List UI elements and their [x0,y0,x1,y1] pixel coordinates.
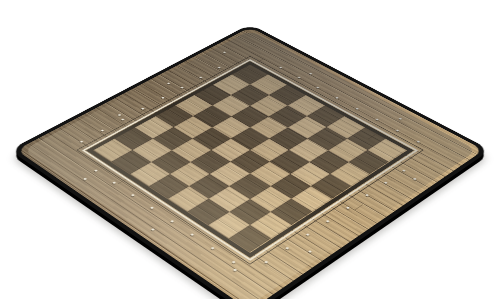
nail-icon [263,260,267,263]
nail-icon [79,140,83,142]
product-stage [0,0,500,299]
chessboard [9,24,490,299]
nail-icon [309,72,313,74]
nail-icon [100,129,104,131]
nail-icon [355,107,359,109]
nail-icon [211,246,215,249]
chess-grid [94,64,407,251]
nail-icon [345,206,349,209]
nail-icon [190,232,194,235]
nail-icon [325,219,329,222]
nail-icon [383,181,387,184]
nail-icon [364,193,368,196]
nail-icon [199,76,203,78]
plank-joint [355,204,364,210]
nail-icon [113,181,117,184]
nail-icon [170,219,174,222]
nail-icon [151,206,155,209]
nail-icon [141,107,145,109]
nail-icon [402,169,406,171]
nail-icon [396,129,400,131]
nail-icon [305,232,309,235]
wood-border [16,27,484,299]
nail-icon [413,177,417,180]
nail-icon [131,193,135,196]
nail-icon [316,86,320,88]
nail-icon [398,117,402,119]
nail-icon [83,177,87,180]
nail-icon [217,66,221,68]
nail-icon [375,118,379,120]
nail-icon [151,227,155,230]
nail-icon [167,81,171,83]
nail-icon [118,113,122,115]
nail-icon [94,169,98,171]
nail-icon [180,86,184,88]
nail-icon [285,246,289,249]
nail-icon [336,96,340,98]
nail-icon [121,118,125,120]
nail-icon [160,96,164,98]
nail-icon [233,268,237,271]
nail-icon [417,140,421,142]
nail-icon [298,76,302,78]
nail-icon [232,260,236,263]
nail-icon [223,51,227,53]
nail-icon [308,249,312,252]
nail-icon [279,66,283,68]
